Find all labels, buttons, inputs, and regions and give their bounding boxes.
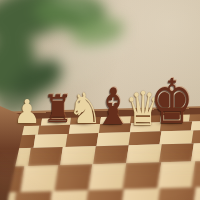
piece-layer: ♟♜♞♝♛♚ (0, 0, 200, 200)
chess-photo-scene: ♟♜♞♝♛♚ (0, 0, 200, 200)
piece-brown-king[interactable]: ♚ (150, 71, 193, 133)
piece-white-pawn[interactable]: ♟ (13, 95, 40, 128)
